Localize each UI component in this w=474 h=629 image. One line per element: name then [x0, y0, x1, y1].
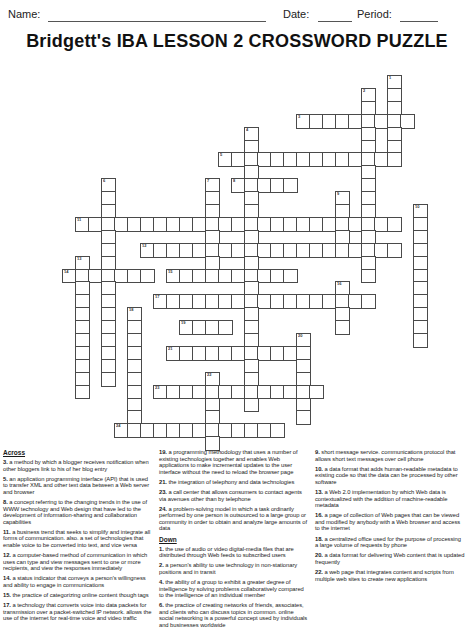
grid-cell[interactable]: 18 — [128, 308, 141, 321]
grid-cell[interactable] — [206, 231, 219, 244]
grid-cell[interactable] — [128, 218, 141, 231]
grid-cell[interactable] — [206, 321, 219, 334]
grid-cell[interactable] — [362, 231, 375, 244]
grid-cell[interactable] — [102, 218, 115, 231]
grid-cell[interactable] — [141, 424, 154, 437]
grid-cell[interactable] — [167, 218, 180, 231]
grid-cell[interactable] — [245, 192, 258, 205]
grid-cell[interactable] — [362, 166, 375, 179]
grid-cell[interactable]: 4 — [245, 128, 258, 141]
grid-cell[interactable] — [245, 386, 258, 399]
grid-cell[interactable]: 21 — [167, 347, 180, 360]
cell-number: 4 — [246, 128, 248, 132]
grid-cell[interactable] — [388, 141, 401, 154]
grid-cell[interactable] — [414, 257, 427, 270]
grid-cell[interactable] — [362, 295, 375, 308]
grid-cell[interactable] — [349, 115, 362, 128]
period-label: Period: — [357, 8, 392, 20]
grid-cell[interactable] — [284, 179, 297, 192]
grid-cell[interactable] — [258, 153, 271, 166]
grid-cell[interactable] — [271, 270, 284, 283]
clue-across-17: 17. a technology that converts voice int… — [3, 602, 153, 622]
clue-section: Across3. a method by which a blogger rec… — [3, 449, 471, 629]
grid-cell[interactable] — [128, 347, 141, 360]
grid-cell[interactable] — [89, 270, 102, 283]
cell-number: 14 — [64, 270, 68, 274]
grid-cell[interactable] — [102, 244, 115, 257]
cell-number: 9 — [337, 192, 339, 196]
grid-cell[interactable] — [193, 347, 206, 360]
grid-cell[interactable]: 14 — [63, 270, 76, 283]
cell-number: 3 — [298, 115, 300, 119]
grid-cell[interactable] — [102, 321, 115, 334]
clue-down-16: 16. a page of collection of Web pages th… — [315, 512, 465, 532]
grid-cell[interactable] — [180, 270, 193, 283]
grid-cell[interactable]: 15 — [167, 270, 180, 283]
grid-cell[interactable]: 1 — [388, 76, 401, 89]
grid-cell[interactable]: 11 — [76, 218, 89, 231]
grid-cell[interactable] — [141, 270, 154, 283]
grid-cell[interactable] — [362, 257, 375, 270]
cell-number: 15 — [168, 270, 172, 274]
clue-down-13: 13. a Web 2.0 implementation by which We… — [315, 489, 465, 509]
grid-cell[interactable] — [245, 282, 258, 295]
grid-cell[interactable] — [245, 205, 258, 218]
grid-cell[interactable] — [388, 128, 401, 141]
grid-cell[interactable] — [232, 218, 245, 231]
grid-cell[interactable] — [89, 218, 102, 231]
clue-column-3: 9. short message service. communications… — [315, 449, 471, 629]
grid-cell[interactable] — [193, 218, 206, 231]
grid-cell[interactable] — [219, 424, 232, 437]
clue-across-5: 5. an application programming interface … — [3, 476, 153, 496]
grid-cell[interactable] — [128, 334, 141, 347]
grid-cell[interactable] — [414, 218, 427, 231]
grid-cell[interactable] — [167, 386, 180, 399]
grid-cell[interactable] — [206, 347, 219, 360]
grid-cell[interactable] — [245, 424, 258, 437]
clue-down-2: 2. a person's ability to use technology … — [159, 562, 309, 575]
grid-cell[interactable] — [414, 270, 427, 283]
grid-cell[interactable] — [297, 153, 310, 166]
grid-cell[interactable] — [180, 244, 193, 257]
cell-number: 24 — [116, 424, 120, 428]
grid-cell[interactable] — [375, 115, 388, 128]
grid-cell[interactable] — [206, 257, 219, 270]
grid-cell[interactable] — [232, 424, 245, 437]
clue-down-6: 6. the practice of creating networks of … — [159, 602, 309, 628]
grid-cell[interactable] — [297, 295, 310, 308]
grid-cell[interactable]: 23 — [154, 386, 167, 399]
grid-cell[interactable] — [76, 308, 89, 321]
grid-cell[interactable] — [180, 347, 193, 360]
grid-cell[interactable] — [271, 179, 284, 192]
grid-cell[interactable] — [297, 373, 310, 386]
grid-cell[interactable] — [258, 244, 271, 257]
grid-cell[interactable] — [245, 270, 258, 283]
grid-cell[interactable] — [76, 373, 89, 386]
clue-down-22: 22. a web page that integrates content a… — [315, 569, 465, 582]
grid-cell[interactable] — [271, 386, 284, 399]
grid-cell[interactable] — [349, 244, 362, 257]
grid-cell[interactable] — [102, 192, 115, 205]
grid-cell[interactable] — [141, 218, 154, 231]
cell-number: 6 — [103, 179, 105, 183]
grid-cell[interactable] — [102, 257, 115, 270]
cell-number: 18 — [129, 308, 133, 312]
grid-cell[interactable] — [154, 218, 167, 231]
clue-down-10: 10. a data format that adds human-readab… — [315, 466, 465, 486]
grid-cell[interactable] — [245, 231, 258, 244]
grid-cell[interactable] — [219, 386, 232, 399]
grid-cell[interactable] — [284, 218, 297, 231]
grid-cell[interactable] — [362, 205, 375, 218]
grid-cell[interactable] — [245, 399, 258, 412]
cell-number: 8 — [233, 179, 235, 183]
grid-cell[interactable] — [271, 218, 284, 231]
grid-cell[interactable] — [258, 179, 271, 192]
clue-across-11: 11. a business trend that seeks to simpl… — [3, 529, 153, 549]
grid-cell[interactable] — [154, 424, 167, 437]
grid-cell[interactable]: 20 — [297, 334, 310, 347]
grid-cell[interactable] — [128, 424, 141, 437]
grid-cell[interactable] — [193, 321, 206, 334]
grid-cell[interactable] — [388, 153, 401, 166]
grid-cell[interactable] — [284, 347, 297, 360]
grid-cell[interactable] — [76, 386, 89, 399]
grid-cell[interactable] — [245, 360, 258, 373]
grid-cell[interactable] — [362, 153, 375, 166]
grid-cell[interactable] — [245, 308, 258, 321]
grid-cell[interactable] — [102, 282, 115, 295]
across-header: Across — [3, 449, 153, 456]
grid-cell[interactable] — [206, 386, 219, 399]
grid-cell[interactable] — [414, 321, 427, 334]
grid-cell[interactable] — [76, 282, 89, 295]
grid-cell[interactable] — [245, 295, 258, 308]
grid-cell[interactable] — [102, 373, 115, 386]
cell-number: 1 — [389, 76, 391, 80]
grid-cell[interactable] — [102, 360, 115, 373]
grid-cell[interactable]: 19 — [180, 321, 193, 334]
grid-cell[interactable] — [310, 218, 323, 231]
name-label: Name: — [8, 8, 40, 20]
grid-cell[interactable] — [245, 321, 258, 334]
clue-across-21: 21. the integration of telephony and dat… — [159, 479, 309, 486]
cell-number: 13 — [77, 257, 81, 261]
grid-cell[interactable] — [245, 153, 258, 166]
grid-cell[interactable] — [284, 244, 297, 257]
worksheet-header: Name: Date: Period: — [0, 8, 474, 28]
grid-cell[interactable] — [388, 115, 401, 128]
grid-cell[interactable] — [206, 424, 219, 437]
grid-cell[interactable] — [128, 411, 141, 424]
grid-cell[interactable] — [193, 424, 206, 437]
grid-cell[interactable] — [336, 321, 349, 334]
grid-cell[interactable] — [180, 218, 193, 231]
grid-cell[interactable] — [128, 321, 141, 334]
grid-cell[interactable]: 5 — [219, 153, 232, 166]
grid-cell[interactable] — [310, 386, 323, 399]
grid-cell[interactable] — [375, 153, 388, 166]
down-header: Down — [159, 536, 309, 543]
grid-cell[interactable] — [375, 218, 388, 231]
grid-cell[interactable] — [297, 244, 310, 257]
grid-cell[interactable]: 22 — [206, 373, 219, 386]
grid-cell[interactable] — [310, 295, 323, 308]
grid-cell[interactable] — [232, 270, 245, 283]
grid-cell[interactable] — [102, 295, 115, 308]
grid-cell[interactable] — [206, 218, 219, 231]
grid-cell[interactable] — [336, 231, 349, 244]
page-title: Bridgett's IBA LESSON 2 CROSSWORD PUZZLE — [0, 31, 474, 52]
grid-cell[interactable] — [128, 386, 141, 399]
grid-cell[interactable] — [206, 270, 219, 283]
grid-cell[interactable] — [258, 270, 271, 283]
grid-cell[interactable] — [336, 205, 349, 218]
grid-cell[interactable] — [284, 386, 297, 399]
grid-cell[interactable] — [219, 244, 232, 257]
cell-number: 7 — [207, 179, 209, 183]
grid-cell[interactable] — [388, 89, 401, 102]
grid-cell[interactable] — [219, 270, 232, 283]
clue-down-20: 20. a data format for delivering Web con… — [315, 552, 465, 565]
crossword-worksheet: { "game": "crossword", "header": { "name… — [0, 0, 474, 629]
clue-column-2: 19. a programming methodology that uses … — [159, 449, 315, 629]
grid-cell[interactable] — [414, 308, 427, 321]
grid-cell[interactable] — [245, 347, 258, 360]
clue-across-12: 12. a computer-based method of communica… — [3, 552, 153, 572]
grid-cell[interactable] — [245, 141, 258, 154]
grid-cell[interactable] — [271, 347, 284, 360]
grid-cell[interactable] — [245, 373, 258, 386]
grid-cell[interactable] — [232, 347, 245, 360]
grid-cell[interactable] — [362, 218, 375, 231]
grid-cell[interactable] — [232, 153, 245, 166]
grid-cell[interactable] — [206, 399, 219, 412]
grid-cell[interactable]: 24 — [115, 424, 128, 437]
grid-cell[interactable] — [245, 218, 258, 231]
grid-cell[interactable] — [193, 386, 206, 399]
clue-column-1: Across3. a method by which a blogger rec… — [3, 449, 159, 629]
grid-cell[interactable] — [76, 270, 89, 283]
grid-cell[interactable] — [258, 347, 271, 360]
date-label: Date: — [283, 8, 309, 20]
grid-cell[interactable] — [336, 308, 349, 321]
grid-cell[interactable] — [297, 386, 310, 399]
grid-cell[interactable]: 13 — [76, 257, 89, 270]
grid-cell[interactable] — [362, 115, 375, 128]
cell-number: 22 — [207, 373, 211, 377]
grid-cell[interactable] — [180, 424, 193, 437]
grid-cell[interactable] — [388, 102, 401, 115]
grid-cell[interactable] — [193, 244, 206, 257]
cell-number: 12 — [142, 244, 146, 248]
grid-cell[interactable] — [206, 205, 219, 218]
grid-cell[interactable] — [167, 295, 180, 308]
grid-cell[interactable] — [245, 166, 258, 179]
grid-cell[interactable] — [362, 102, 375, 115]
clue-across-19: 19. a programming methodology that uses … — [159, 449, 309, 475]
grid-cell[interactable] — [375, 244, 388, 257]
clue-down-4: 4. the ability of a group to exhibit a g… — [159, 579, 309, 599]
grid-cell[interactable]: 6 — [102, 179, 115, 192]
grid-cell[interactable] — [102, 347, 115, 360]
grid-cell[interactable] — [336, 244, 349, 257]
grid-cell[interactable] — [258, 218, 271, 231]
cell-number: 16 — [337, 282, 341, 286]
grid-cell[interactable] — [102, 205, 115, 218]
grid-cell[interactable] — [102, 270, 115, 283]
grid-cell[interactable] — [310, 244, 323, 257]
grid-cell[interactable] — [349, 295, 362, 308]
grid-cell[interactable] — [219, 295, 232, 308]
grid-cell[interactable] — [310, 153, 323, 166]
grid-cell[interactable] — [76, 295, 89, 308]
grid-cell[interactable]: 2 — [362, 89, 375, 102]
grid-cell[interactable] — [362, 192, 375, 205]
grid-cell[interactable] — [284, 270, 297, 283]
grid-cell[interactable]: 17 — [154, 295, 167, 308]
grid-cell[interactable]: 7 — [206, 179, 219, 192]
clue-down-9: 9. short message service. communications… — [315, 449, 465, 462]
grid-cell[interactable] — [167, 244, 180, 257]
grid-cell[interactable] — [414, 334, 427, 347]
period-blank-line — [400, 11, 438, 22]
clue-across-15: 15. the practice of categorizing online … — [3, 592, 153, 599]
grid-cell[interactable] — [258, 386, 271, 399]
grid-cell[interactable] — [336, 295, 349, 308]
grid-cell[interactable] — [362, 179, 375, 192]
grid-cell[interactable] — [167, 424, 180, 437]
grid-cell[interactable] — [245, 257, 258, 270]
grid-cell[interactable] — [154, 244, 167, 257]
grid-cell[interactable] — [206, 192, 219, 205]
grid-cell[interactable]: 9 — [336, 192, 349, 205]
grid-cell[interactable] — [388, 244, 401, 257]
grid-cell[interactable] — [349, 153, 362, 166]
grid-cell[interactable] — [180, 295, 193, 308]
grid-cell[interactable] — [297, 411, 310, 424]
grid-cell[interactable] — [193, 295, 206, 308]
cell-number: 5 — [220, 153, 222, 157]
grid-cell[interactable] — [128, 270, 141, 283]
grid-cell[interactable] — [297, 399, 310, 412]
cell-number: 10 — [415, 205, 419, 209]
grid-cell[interactable] — [414, 295, 427, 308]
grid-cell[interactable] — [206, 244, 219, 257]
grid-cell[interactable] — [102, 308, 115, 321]
grid-cell[interactable] — [284, 295, 297, 308]
grid-cell[interactable] — [297, 360, 310, 373]
cell-number: 11 — [77, 218, 81, 222]
grid-cell[interactable]: 16 — [336, 282, 349, 295]
grid-cell[interactable] — [297, 347, 310, 360]
grid-cell[interactable] — [180, 386, 193, 399]
grid-cell[interactable] — [219, 347, 232, 360]
grid-cell[interactable] — [219, 321, 232, 334]
cell-number: 20 — [298, 334, 302, 338]
grid-cell[interactable] — [271, 295, 284, 308]
grid-cell[interactable] — [323, 153, 336, 166]
grid-cell[interactable] — [76, 321, 89, 334]
cell-number: 21 — [168, 347, 172, 351]
grid-cell[interactable] — [115, 270, 128, 283]
grid-cell[interactable] — [388, 218, 401, 231]
grid-cell[interactable] — [245, 334, 258, 347]
grid-cell[interactable] — [414, 244, 427, 257]
grid-cell[interactable] — [336, 115, 349, 128]
grid-cell[interactable] — [349, 218, 362, 231]
grid-cell[interactable] — [258, 295, 271, 308]
grid-cell[interactable] — [219, 218, 232, 231]
grid-cell[interactable] — [323, 115, 336, 128]
grid-cell[interactable] — [336, 218, 349, 231]
grid-cell[interactable] — [76, 334, 89, 347]
cell-number: 23 — [155, 386, 159, 390]
grid-cell[interactable] — [193, 270, 206, 283]
name-blank-line — [48, 11, 266, 22]
grid-cell[interactable]: 12 — [141, 244, 154, 257]
clue-down-18: 18. a centralized office used for the pu… — [315, 536, 465, 549]
clue-across-14: 14. a status indicator that conveys a pe… — [3, 575, 153, 588]
grid-cell[interactable] — [323, 218, 336, 231]
grid-cell[interactable] — [271, 153, 284, 166]
grid-cell[interactable] — [206, 411, 219, 424]
grid-cell[interactable] — [271, 244, 284, 257]
grid-cell[interactable] — [206, 295, 219, 308]
grid-cell[interactable] — [232, 295, 245, 308]
grid-cell[interactable] — [128, 373, 141, 386]
date-blank-line — [318, 11, 352, 22]
grid-cell[interactable] — [232, 244, 245, 257]
grid-cell[interactable] — [245, 179, 258, 192]
grid-cell[interactable] — [258, 424, 271, 437]
clue-across-24: 24. a problem-solving model in which a t… — [159, 506, 309, 532]
clue-across-3: 3. a method by which a blogger receives … — [3, 459, 153, 472]
grid-cell[interactable] — [310, 115, 323, 128]
grid-cell[interactable] — [362, 270, 375, 283]
grid-cell[interactable] — [232, 386, 245, 399]
grid-cell[interactable] — [414, 282, 427, 295]
grid-cell[interactable] — [362, 244, 375, 257]
grid-cell[interactable] — [128, 399, 141, 412]
grid-cell[interactable] — [323, 295, 336, 308]
grid-cell[interactable]: 10 — [414, 205, 427, 218]
grid-cell[interactable]: 3 — [297, 115, 310, 128]
grid-cell[interactable] — [102, 334, 115, 347]
grid-cell[interactable]: 8 — [232, 179, 245, 192]
grid-cell[interactable] — [102, 231, 115, 244]
clue-down-1: 1. the use of audio or video digital-med… — [159, 546, 309, 559]
grid-cell[interactable] — [128, 360, 141, 373]
grid-cell[interactable] — [401, 115, 414, 128]
grid-cell[interactable] — [414, 231, 427, 244]
clue-across-8: 8. a concept referring to the changing t… — [3, 499, 153, 525]
grid-cell[interactable] — [284, 153, 297, 166]
grid-cell[interactable] — [323, 244, 336, 257]
grid-cell[interactable] — [115, 218, 128, 231]
grid-cell[interactable] — [362, 128, 375, 141]
cell-number: 17 — [155, 295, 159, 299]
grid-cell[interactable] — [245, 244, 258, 257]
grid-cell[interactable] — [297, 218, 310, 231]
grid-cell[interactable] — [336, 153, 349, 166]
grid-cell[interactable] — [271, 424, 284, 437]
grid-cell[interactable] — [362, 141, 375, 154]
grid-cell[interactable] — [76, 347, 89, 360]
grid-cell[interactable] — [76, 360, 89, 373]
